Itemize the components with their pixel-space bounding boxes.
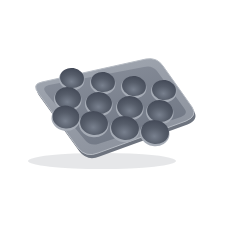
muffin-pan-photo [0, 0, 228, 228]
product-photo-canvas [0, 0, 228, 228]
